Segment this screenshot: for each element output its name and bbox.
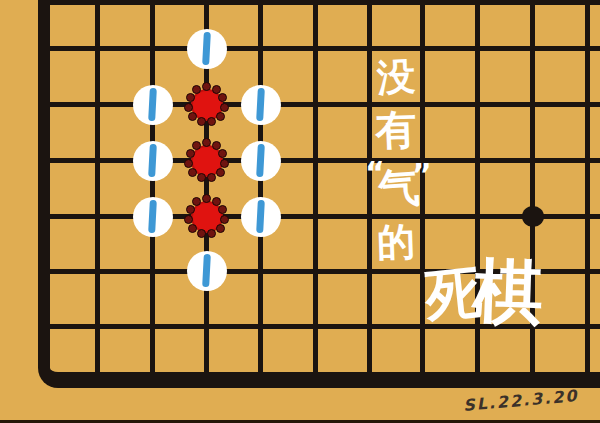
star-point: [522, 206, 544, 227]
white-stone: [133, 85, 173, 125]
board-cell: [44, 324, 95, 375]
virus-spike: [216, 112, 225, 121]
artist-signature: SL.22.3.20: [462, 386, 579, 415]
stone-blue-stripe: [148, 87, 157, 120]
board-cell: [258, 269, 313, 324]
virus-spike: [207, 229, 216, 238]
board-cell: [313, 324, 367, 375]
board-cell: [204, 324, 258, 375]
virus-stone: [184, 138, 230, 184]
go-board-illustration: 没 有 “ 气 ” 的 死 棋 SL.22.3.20: [0, 0, 600, 423]
virus-spike: [220, 215, 229, 224]
board-cell: [44, 0, 95, 46]
virus-spike: [212, 85, 221, 94]
board-cell: [585, 102, 600, 158]
caption-char-mei: 没: [370, 57, 422, 98]
virus-stone: [184, 194, 230, 240]
board-cell: [475, 158, 530, 214]
white-stone: [133, 141, 173, 181]
stone-blue-stripe: [256, 143, 265, 176]
virus-spike: [220, 159, 229, 168]
virus-spike: [188, 168, 197, 177]
board-cell: [585, 46, 600, 102]
virus-spike: [216, 224, 225, 233]
stone-blue-stripe: [202, 31, 211, 64]
board-cell: [475, 46, 530, 102]
board-cell: [367, 324, 420, 375]
board-cell: [585, 158, 600, 214]
caption-char-de: 的: [370, 222, 421, 262]
virus-spike: [220, 103, 229, 112]
stone-blue-stripe: [256, 87, 265, 120]
white-stone: [133, 197, 173, 237]
board-cell: [585, 0, 600, 46]
board-cell: [367, 0, 420, 46]
virus-spike: [202, 82, 211, 91]
stone-blue-stripe: [256, 199, 265, 232]
white-stone: [187, 251, 227, 291]
board-cell: [475, 0, 530, 46]
board-cell: [475, 102, 530, 158]
white-stone: [241, 197, 281, 237]
board-cell: [44, 214, 95, 269]
virus-spike: [202, 194, 211, 203]
stone-blue-stripe: [148, 143, 157, 176]
virus-spike: [197, 229, 206, 238]
board-cell: [420, 0, 475, 46]
virus-spike: [207, 117, 216, 126]
virus-spike: [186, 93, 195, 102]
white-stone: [241, 85, 281, 125]
board-cell: [44, 102, 95, 158]
board-cell: [95, 269, 150, 324]
virus-spike: [218, 205, 227, 214]
board-cell: [44, 158, 95, 214]
board-cell: [313, 269, 367, 324]
virus-spike: [184, 103, 193, 112]
virus-spike: [184, 159, 193, 168]
virus-spike: [184, 215, 193, 224]
stone-blue-stripe: [202, 253, 211, 286]
board-cell: [313, 0, 367, 46]
white-stone: [187, 29, 227, 69]
white-stone: [241, 141, 281, 181]
virus-spike: [197, 173, 206, 182]
stone-blue-stripe: [148, 199, 157, 232]
board-cell: [313, 158, 367, 214]
virus-spike: [218, 93, 227, 102]
board-cell: [585, 214, 600, 269]
board-cell: [313, 214, 367, 269]
board-cell: [530, 46, 585, 102]
board-cell: [44, 46, 95, 102]
virus-spike: [188, 224, 197, 233]
virus-stone: [184, 82, 230, 128]
virus-spike: [197, 117, 206, 126]
board-cell: [258, 0, 313, 46]
virus-spike: [218, 149, 227, 158]
board-cell: [420, 324, 475, 375]
board-cell: [95, 0, 150, 46]
board-cell: [313, 102, 367, 158]
board-cell: [258, 324, 313, 375]
board-cell: [44, 269, 95, 324]
virus-spike: [212, 197, 221, 206]
virus-spike: [207, 173, 216, 182]
virus-spike: [202, 138, 211, 147]
board-cell: [95, 324, 150, 375]
caption-quote-close: ”: [412, 160, 432, 190]
board-cell: [420, 102, 475, 158]
virus-spike: [212, 141, 221, 150]
board-cell: [150, 324, 204, 375]
virus-spike: [186, 205, 195, 214]
virus-spike: [186, 149, 195, 158]
board-cell: [420, 46, 475, 102]
board-cell: [585, 269, 600, 324]
virus-spike: [188, 112, 197, 121]
board-cell: [530, 158, 585, 214]
board-cell: [585, 324, 600, 375]
board-cell: [530, 102, 585, 158]
board-cell: [313, 46, 367, 102]
virus-spike: [216, 168, 225, 177]
board-cell: [530, 0, 585, 46]
caption-char-you: 有: [370, 109, 421, 152]
caption-char-qi2: 棋: [471, 256, 545, 328]
board-cell: [367, 269, 420, 324]
